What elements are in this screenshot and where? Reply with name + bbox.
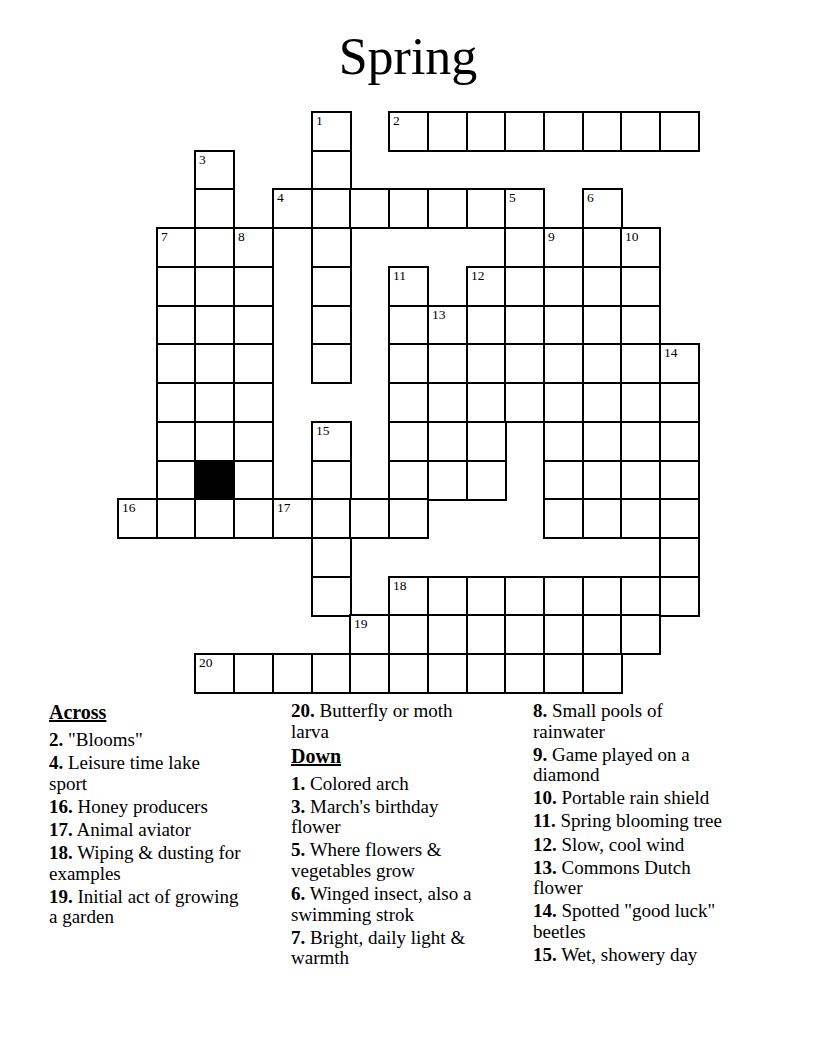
grid-cell[interactable] xyxy=(582,653,623,694)
grid-cell[interactable]: 11 xyxy=(388,266,429,307)
grid-cell[interactable] xyxy=(311,498,352,539)
clue-text: Bright, daily light & warmth xyxy=(291,927,465,969)
clue-number: 5. xyxy=(291,839,305,860)
grid-cell[interactable] xyxy=(156,460,197,501)
grid-cell[interactable] xyxy=(582,576,623,617)
grid-cell[interactable] xyxy=(504,382,545,423)
grid-cell[interactable] xyxy=(349,498,390,539)
grid-cell[interactable] xyxy=(620,343,661,384)
grid-cell[interactable] xyxy=(427,421,468,462)
clue-number: 20. xyxy=(291,700,315,721)
grid-cell[interactable] xyxy=(311,188,352,229)
clue-text: Game played on a diamond xyxy=(533,744,690,786)
grid-cell[interactable] xyxy=(388,421,429,462)
grid-cell[interactable] xyxy=(388,614,429,655)
grid-cell[interactable] xyxy=(388,382,429,423)
grid-cell[interactable] xyxy=(233,266,274,307)
grid-cell[interactable] xyxy=(620,576,661,617)
grid-cell[interactable] xyxy=(233,343,274,384)
grid-cell[interactable] xyxy=(272,653,313,694)
grid-cell[interactable] xyxy=(543,382,584,423)
cell-number: 4 xyxy=(277,190,284,205)
clue-text: Colored arch xyxy=(310,773,409,794)
grid-cell[interactable] xyxy=(620,305,661,346)
grid-cell[interactable] xyxy=(620,460,661,501)
grid-cell[interactable]: 18 xyxy=(388,576,429,617)
grid-cell[interactable]: 4 xyxy=(272,188,313,229)
clue-number: 15. xyxy=(533,944,557,965)
clue-number: 19. xyxy=(49,886,73,907)
clue-number: 17. xyxy=(49,819,73,840)
crossword-board: 1234567891011121314151617181920 xyxy=(117,111,700,694)
grid-cell[interactable] xyxy=(504,305,545,346)
grid-cell[interactable]: 3 xyxy=(194,150,235,191)
grid-cell[interactable] xyxy=(388,653,429,694)
grid-cell[interactable] xyxy=(311,537,352,578)
grid-cell[interactable] xyxy=(659,460,700,501)
clue-number: 8. xyxy=(533,700,547,721)
cell-number: 18 xyxy=(393,578,407,593)
grid-cell[interactable]: 5 xyxy=(504,188,545,229)
grid-cell[interactable]: 15 xyxy=(311,421,352,462)
grid-cell[interactable] xyxy=(311,653,352,694)
clue-down-5: 5. Where flowers & vegetables grow xyxy=(291,840,515,881)
grid-cell[interactable] xyxy=(466,343,507,384)
clue-text: Spotted "good luck" beetles xyxy=(533,900,715,942)
grid-cell[interactable] xyxy=(156,421,197,462)
cell-number: 15 xyxy=(316,423,330,438)
grid-cell[interactable] xyxy=(504,343,545,384)
clue-number: 1. xyxy=(291,773,305,794)
grid-cell[interactable] xyxy=(582,421,623,462)
grid-cell[interactable] xyxy=(504,576,545,617)
grid-cell[interactable] xyxy=(194,227,235,268)
down-header: Down xyxy=(291,745,515,767)
cell-number: 3 xyxy=(199,152,206,167)
grid-cell[interactable] xyxy=(466,111,507,152)
grid-cell[interactable] xyxy=(466,653,507,694)
grid-cell[interactable] xyxy=(156,266,197,307)
cell-number: 14 xyxy=(664,345,678,360)
grid-cell[interactable] xyxy=(466,382,507,423)
clue-text: Small pools of rainwater xyxy=(533,700,663,742)
grid-cell[interactable] xyxy=(427,382,468,423)
clue-number: 13. xyxy=(533,857,557,878)
grid-cell[interactable] xyxy=(156,305,197,346)
clue-text: Honey producers xyxy=(78,796,208,817)
clue-number: 10. xyxy=(533,787,557,808)
clue-number: 7. xyxy=(291,927,305,948)
grid-cell[interactable] xyxy=(427,653,468,694)
grid-cell[interactable] xyxy=(466,421,507,462)
clue-across-20: 20. Butterfly or moth larva xyxy=(291,701,515,742)
grid-cell[interactable] xyxy=(659,111,700,152)
cell-number: 5 xyxy=(509,190,516,205)
clue-number: 6. xyxy=(291,883,305,904)
grid-cell[interactable] xyxy=(194,305,235,346)
grid-cell[interactable] xyxy=(620,421,661,462)
grid-cell[interactable] xyxy=(156,343,197,384)
cell-number: 20 xyxy=(199,655,213,670)
grid-cell[interactable]: 17 xyxy=(272,498,313,539)
clue-across-16: 16. Honey producers xyxy=(49,797,283,818)
clue-across-17: 17. Animal aviator xyxy=(49,820,283,841)
clue-number: 11. xyxy=(533,810,556,831)
clue-column-2: 20. Butterfly or moth larvaDown1. Colore… xyxy=(291,701,515,972)
clue-across-4: 4. Leisure time lake sport xyxy=(49,753,283,794)
grid-cell[interactable] xyxy=(543,498,584,539)
grid-cell[interactable] xyxy=(156,382,197,423)
grid-cell[interactable] xyxy=(156,498,197,539)
grid-cell[interactable]: 2 xyxy=(388,111,429,152)
clue-text: Wiping & dusting for examples xyxy=(49,842,241,884)
clue-number: 18. xyxy=(49,842,73,863)
grid-cell[interactable]: 19 xyxy=(349,614,390,655)
grid-cell[interactable]: 12 xyxy=(466,266,507,307)
clue-down-9: 9. Game played on a diamond xyxy=(533,745,767,786)
grid-cell[interactable] xyxy=(427,614,468,655)
grid-cell[interactable]: 1 xyxy=(311,111,352,152)
clue-down-13: 13. Commons Dutch flower xyxy=(533,858,767,899)
grid-cell[interactable] xyxy=(233,382,274,423)
grid-cell[interactable] xyxy=(311,150,352,191)
grid-cell[interactable] xyxy=(504,266,545,307)
clue-number: 3. xyxy=(291,796,305,817)
grid-cell[interactable] xyxy=(659,382,700,423)
clue-text: Animal aviator xyxy=(76,819,191,840)
grid-cell[interactable] xyxy=(194,421,235,462)
grid-cell[interactable] xyxy=(659,421,700,462)
grid-cell[interactable] xyxy=(311,460,352,501)
clue-text: Leisure time lake sport xyxy=(49,752,200,794)
grid-cell[interactable] xyxy=(233,498,274,539)
cell-number: 16 xyxy=(122,500,136,515)
grid-cell[interactable] xyxy=(543,460,584,501)
grid-cell[interactable] xyxy=(582,343,623,384)
clue-down-3: 3. March's birthday flower xyxy=(291,797,515,838)
grid-cell[interactable] xyxy=(659,537,700,578)
grid-cell[interactable]: 10 xyxy=(620,227,661,268)
grid-cell[interactable] xyxy=(543,653,584,694)
grid-cell[interactable] xyxy=(504,614,545,655)
clue-number: 9. xyxy=(533,744,547,765)
clue-down-1: 1. Colored arch xyxy=(291,774,515,795)
grid-cell[interactable] xyxy=(543,576,584,617)
clue-column-3: 8. Small pools of rainwater9. Game playe… xyxy=(533,701,767,968)
puzzle-title: Spring xyxy=(0,28,816,85)
clue-across-2: 2. "Blooms" xyxy=(49,730,283,751)
cell-number: 11 xyxy=(393,268,406,283)
cell-number: 6 xyxy=(587,190,594,205)
clue-text: Butterfly or moth larva xyxy=(291,700,452,742)
cell-number: 17 xyxy=(277,500,291,515)
clue-text: Wet, showery day xyxy=(561,944,697,965)
grid-cell[interactable] xyxy=(427,188,468,229)
clue-text: Slow, cool wind xyxy=(562,834,685,855)
cell-number: 8 xyxy=(238,229,245,244)
grid-cell[interactable] xyxy=(194,498,235,539)
grid-cell[interactable] xyxy=(349,653,390,694)
clue-text: Winged insect, also a swimming strok xyxy=(291,883,471,925)
grid-cell[interactable] xyxy=(388,460,429,501)
clue-across-18: 18. Wiping & dusting for examples xyxy=(49,843,283,884)
grid-cell[interactable] xyxy=(543,111,584,152)
grid-cell[interactable] xyxy=(543,266,584,307)
grid-cell[interactable] xyxy=(659,498,700,539)
crossword-page: Spring 1234567891011121314151617181920 A… xyxy=(0,0,816,1056)
clue-down-7: 7. Bright, daily light & warmth xyxy=(291,928,515,969)
clue-text: Spring blooming tree xyxy=(560,810,721,831)
grid-cell[interactable] xyxy=(388,498,429,539)
clue-column-1: Across2. "Blooms"4. Leisure time lake sp… xyxy=(49,701,283,930)
cell-number: 13 xyxy=(432,307,446,322)
grid-cell[interactable] xyxy=(620,498,661,539)
grid-cell[interactable] xyxy=(504,227,545,268)
grid-cell[interactable] xyxy=(582,382,623,423)
clue-down-11: 11. Spring blooming tree xyxy=(533,811,767,832)
cell-number: 10 xyxy=(625,229,639,244)
grid-cell[interactable] xyxy=(582,305,623,346)
grid-cell[interactable] xyxy=(466,188,507,229)
grid-cell[interactable] xyxy=(620,266,661,307)
grid-cell[interactable] xyxy=(466,614,507,655)
grid-cell[interactable] xyxy=(582,266,623,307)
grid-cell[interactable] xyxy=(582,614,623,655)
grid-cell[interactable] xyxy=(233,421,274,462)
grid-cell[interactable] xyxy=(620,382,661,423)
grid-cell[interactable]: 6 xyxy=(582,188,623,229)
block-cell xyxy=(194,460,235,501)
grid-cell[interactable] xyxy=(311,227,352,268)
grid-cell[interactable] xyxy=(427,111,468,152)
grid-cell[interactable] xyxy=(620,614,661,655)
clue-number: 12. xyxy=(533,834,557,855)
grid-cell[interactable] xyxy=(543,614,584,655)
clue-down-8: 8. Small pools of rainwater xyxy=(533,701,767,742)
cell-number: 1 xyxy=(316,113,323,128)
grid-cell[interactable]: 8 xyxy=(233,227,274,268)
clue-number: 16. xyxy=(49,796,73,817)
clue-text: "Blooms" xyxy=(68,729,143,750)
grid-cell[interactable] xyxy=(311,305,352,346)
clue-text: March's birthday flower xyxy=(291,796,438,838)
grid-cell[interactable]: 16 xyxy=(117,498,158,539)
clue-number: 4. xyxy=(49,752,63,773)
grid-cell[interactable] xyxy=(311,343,352,384)
clue-text: Commons Dutch flower xyxy=(533,857,691,899)
clue-number: 2. xyxy=(49,729,63,750)
grid-cell[interactable] xyxy=(504,111,545,152)
grid-cell[interactable] xyxy=(543,421,584,462)
grid-cell[interactable] xyxy=(659,576,700,617)
cell-number: 19 xyxy=(354,616,368,631)
clue-down-12: 12. Slow, cool wind xyxy=(533,835,767,856)
grid-cell[interactable]: 13 xyxy=(427,305,468,346)
grid-cell[interactable] xyxy=(427,460,468,501)
grid-cell[interactable]: 14 xyxy=(659,343,700,384)
clue-number: 14. xyxy=(533,900,557,921)
clue-down-10: 10. Portable rain shield xyxy=(533,788,767,809)
clue-down-6: 6. Winged insect, also a swimming strok xyxy=(291,884,515,925)
grid-cell[interactable] xyxy=(388,305,429,346)
grid-cell[interactable]: 9 xyxy=(543,227,584,268)
grid-cell[interactable] xyxy=(466,460,507,501)
grid-cell[interactable] xyxy=(311,266,352,307)
grid-cell[interactable]: 20 xyxy=(194,653,235,694)
clue-text: Initial act of growing a garden xyxy=(49,886,238,928)
grid-cell[interactable] xyxy=(582,111,623,152)
clue-text: Portable rain shield xyxy=(562,787,710,808)
grid-cell[interactable] xyxy=(311,576,352,617)
grid-cell[interactable] xyxy=(466,576,507,617)
grid-cell[interactable] xyxy=(388,188,429,229)
grid-cell[interactable] xyxy=(620,111,661,152)
clue-down-15: 15. Wet, showery day xyxy=(533,945,767,966)
grid-cell[interactable] xyxy=(349,188,390,229)
grid-cell[interactable] xyxy=(582,460,623,501)
grid-cell[interactable] xyxy=(543,305,584,346)
grid-cell[interactable] xyxy=(194,343,235,384)
grid-cell[interactable] xyxy=(543,343,584,384)
grid-cell[interactable] xyxy=(427,576,468,617)
grid-cell[interactable] xyxy=(582,498,623,539)
grid-cell[interactable] xyxy=(466,305,507,346)
grid-cell[interactable] xyxy=(582,227,623,268)
grid-cell[interactable] xyxy=(504,653,545,694)
grid-cell[interactable] xyxy=(233,653,274,694)
clue-text: Where flowers & vegetables grow xyxy=(291,839,442,881)
grid-cell[interactable] xyxy=(194,188,235,229)
grid-cell[interactable] xyxy=(388,343,429,384)
grid-cell[interactable] xyxy=(427,343,468,384)
clue-down-14: 14. Spotted "good luck" beetles xyxy=(533,901,767,942)
grid-cell[interactable]: 7 xyxy=(156,227,197,268)
across-header: Across xyxy=(49,701,283,723)
grid-cell[interactable] xyxy=(194,266,235,307)
cell-number: 2 xyxy=(393,113,400,128)
clue-across-19: 19. Initial act of growing a garden xyxy=(49,887,283,928)
cell-number: 12 xyxy=(471,268,485,283)
cell-number: 7 xyxy=(161,229,168,244)
cell-number: 9 xyxy=(548,229,555,244)
grid-cell[interactable] xyxy=(194,382,235,423)
grid-cell[interactable] xyxy=(233,305,274,346)
grid-cell[interactable] xyxy=(233,460,274,501)
